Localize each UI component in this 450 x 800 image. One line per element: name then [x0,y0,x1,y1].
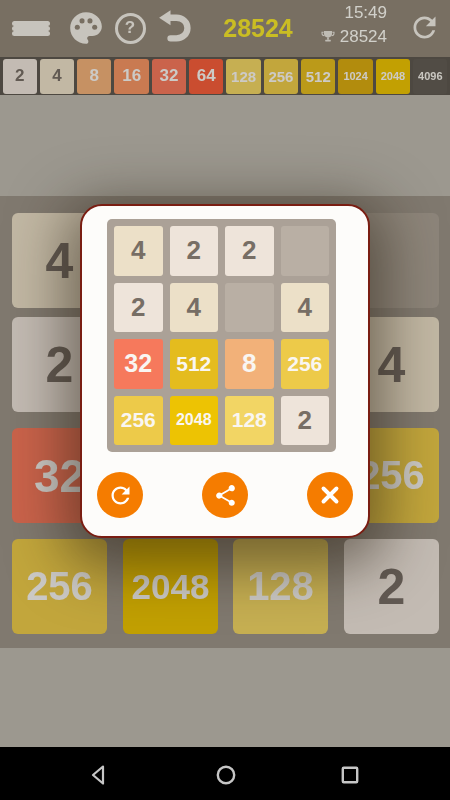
snapshot-cell-r2c1: 2 [114,283,163,333]
lower-spacer [0,648,450,747]
dialog-actions [97,472,353,518]
toolbar: ? 28524 15:49 28524 [0,0,450,57]
snapshot-cell-r2c4: 4 [281,283,330,333]
board-tile-r4c4: 2 [344,539,439,634]
legend-tile-4096: 4096 [413,59,447,94]
recents-icon [338,763,362,787]
phone-screen: ? 28524 15:49 28524 [0,0,450,800]
snapshot-cell-r2c2: 4 [170,283,219,333]
snapshot-cell-r3c3: 8 [225,339,274,389]
help-icon: ? [115,13,146,44]
snapshot-cell-r3c2: 512 [170,339,219,389]
nav-recents-button[interactable] [338,763,362,787]
legend-tile-2048: 2048 [376,59,410,94]
legend-tile-256: 256 [264,59,298,94]
new-game-button[interactable] [406,9,442,45]
upper-spacer [0,95,450,196]
trophy-icon [320,29,336,45]
menu-button[interactable] [12,13,50,44]
refresh-icon [408,11,441,44]
legend-tile-64: 64 [189,59,223,94]
snapshot-cell-r4c2: 2048 [170,396,219,446]
nav-home-button[interactable] [214,763,238,787]
board-tile-r4c3: 128 [233,539,328,634]
snapshot-cell-r1c1: 4 [114,226,163,276]
help-glyph: ? [125,18,135,38]
snapshot-cell-r2c3 [225,283,274,333]
legend-tile-2: 2 [3,59,37,94]
snapshot-cell-r1c2: 2 [170,226,219,276]
help-button[interactable]: ? [114,12,146,44]
palette-icon [67,9,105,47]
theme-button[interactable] [66,8,106,48]
legend-tile-128: 128 [226,59,260,94]
restart-icon [107,482,134,509]
snapshot-cell-r4c4: 2 [281,396,330,446]
legend-tile-16: 16 [114,59,148,94]
legend-tile-1024: 1024 [338,59,372,94]
nav-back-button[interactable] [88,763,112,787]
legend-tile-4: 4 [40,59,74,94]
home-icon [214,763,238,787]
snapshot-cell-r4c1: 256 [114,396,163,446]
best-score: 28524 [340,27,387,47]
snapshot-cell-r3c4: 256 [281,339,330,389]
share-icon [213,483,238,508]
close-button[interactable] [307,472,353,518]
share-button[interactable] [202,472,248,518]
snapshot-cell-r1c4 [281,226,330,276]
snapshot-cell-r3c1: 32 [114,339,163,389]
snapshot-grid: 42224432512825625620481282 [107,219,336,452]
status-clock: 15:49 [344,3,387,23]
legend-tile-32: 32 [152,59,186,94]
legend-tile-8: 8 [77,59,111,94]
close-icon [317,482,343,508]
back-icon [88,763,112,787]
best-score-row: 28524 [320,27,387,47]
restart-button[interactable] [97,472,143,518]
undo-button[interactable] [154,8,194,48]
game-snapshot-dialog: 42224432512825625620481282 [80,204,370,538]
current-score: 28524 [218,13,298,43]
legend-tile-512: 512 [301,59,335,94]
tile-legend: 248163264128256512102420484096 [0,57,450,95]
snapshot-cell-r4c3: 128 [225,396,274,446]
board-tile-r4c2: 2048 [123,539,218,634]
undo-icon [155,9,193,47]
board-tile-r4c1: 256 [12,539,107,634]
snapshot-cell-r1c3: 2 [225,226,274,276]
